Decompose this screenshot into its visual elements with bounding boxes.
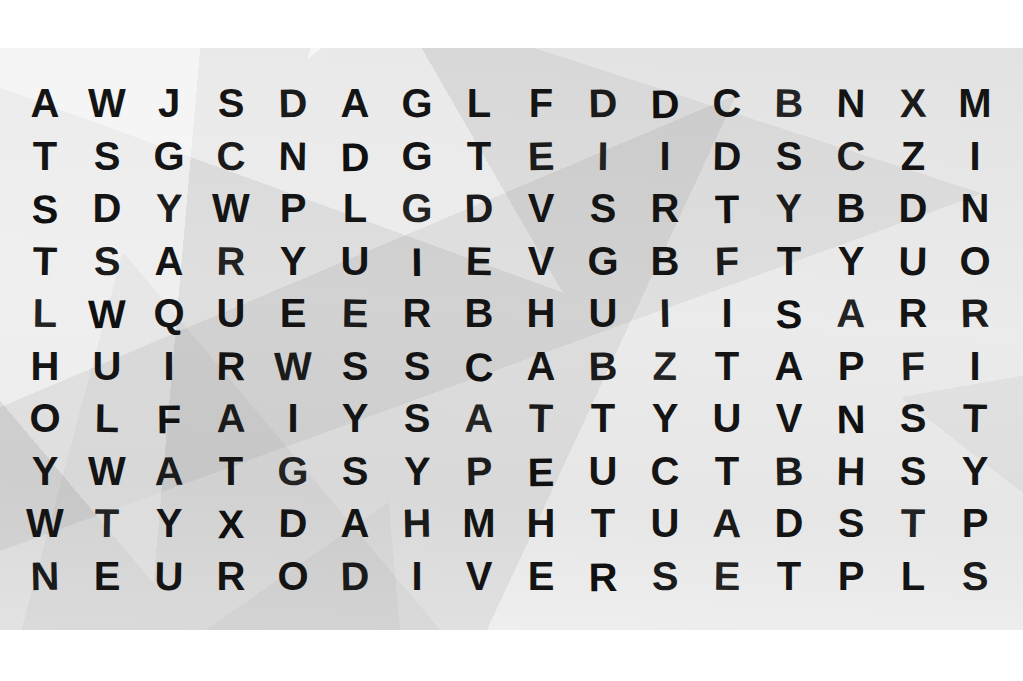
grid-cell-r5c13[interactable]: S bbox=[758, 288, 821, 341]
grid-cell-r3c12[interactable]: T bbox=[696, 183, 759, 236]
grid-cell-r2c8[interactable]: T bbox=[448, 130, 510, 183]
grid-cell-r3c4[interactable]: W bbox=[200, 182, 262, 235]
grid-cell-r3c6[interactable]: L bbox=[324, 182, 386, 235]
grid-cell-r6c15[interactable]: F bbox=[881, 339, 944, 393]
grid-cell-r6c14[interactable]: P bbox=[820, 340, 882, 393]
grid-cell-r6c5[interactable]: W bbox=[261, 339, 324, 393]
grid-cell-r7c16[interactable]: T bbox=[944, 391, 1007, 445]
grid-cell-r10c16[interactable]: S bbox=[943, 549, 1006, 603]
grid-cell-r2c15[interactable]: Z bbox=[882, 130, 944, 183]
grid-cell-r8c4[interactable]: T bbox=[200, 445, 262, 498]
grid-cell-r8c11[interactable]: C bbox=[634, 445, 696, 498]
grid-cell-r5c3[interactable]: Q bbox=[138, 287, 200, 340]
grid-cell-r9c15[interactable]: T bbox=[882, 497, 945, 550]
grid-cell-r7c9[interactable]: T bbox=[510, 391, 573, 445]
grid-cell-r3c1[interactable]: S bbox=[14, 183, 77, 236]
grid-cell-r3c15[interactable]: D bbox=[882, 182, 944, 235]
grid-cell-r8c2[interactable]: W bbox=[76, 445, 138, 498]
grid-cell-r3c16[interactable]: N bbox=[944, 182, 1006, 235]
grid-cell-r8c10[interactable]: U bbox=[572, 445, 634, 498]
grid-cell-r9c2[interactable]: T bbox=[76, 497, 139, 550]
grid-cell-r7c15[interactable]: S bbox=[882, 392, 944, 445]
grid-cell-r2c13[interactable]: S bbox=[758, 130, 820, 183]
grid-cell-r7c10[interactable]: T bbox=[572, 392, 634, 445]
grid-cell-r5c14[interactable]: A bbox=[820, 287, 883, 340]
grid-cell-r4c11[interactable]: B bbox=[634, 235, 696, 288]
grid-cell-r5c12[interactable]: I bbox=[696, 287, 758, 340]
grid-cell-r9c1[interactable]: W bbox=[14, 497, 76, 550]
grid-cell-r1c14[interactable]: N bbox=[820, 76, 883, 130]
grid-cell-r7c7[interactable]: S bbox=[386, 392, 448, 445]
grid-cell-r1c4[interactable]: S bbox=[200, 77, 262, 130]
grid-cell-r2c14[interactable]: C bbox=[819, 129, 882, 183]
grid-cell-r8c9[interactable]: E bbox=[510, 445, 573, 498]
grid-cell-r3c5[interactable]: P bbox=[262, 182, 324, 235]
grid-cell-r1c2[interactable]: W bbox=[76, 77, 138, 130]
grid-cell-r9c9[interactable]: H bbox=[510, 497, 572, 550]
grid-cell-r4c12[interactable]: F bbox=[695, 234, 758, 288]
grid-cell-r3c11[interactable]: R bbox=[634, 182, 696, 235]
grid-cell-r6c10[interactable]: B bbox=[571, 339, 634, 393]
grid-cell-r10c6[interactable]: D bbox=[323, 549, 386, 603]
grid-cell-r2c10[interactable]: I bbox=[572, 129, 635, 182]
grid-cell-r8c16[interactable]: Y bbox=[944, 445, 1006, 498]
grid-cell-r2c4[interactable]: C bbox=[199, 129, 262, 183]
grid-cell-r1c13[interactable]: B bbox=[758, 77, 821, 130]
grid-cell-r8c1[interactable]: Y bbox=[14, 445, 76, 498]
grid-cell-r6c2[interactable]: U bbox=[76, 340, 138, 393]
grid-cell-r3c3[interactable]: Y bbox=[138, 181, 201, 235]
grid-cell-r7c4[interactable]: A bbox=[199, 391, 262, 445]
grid-cell-r9c8[interactable]: M bbox=[448, 497, 510, 550]
grid-cell-r1c11[interactable]: D bbox=[634, 78, 697, 131]
grid-cell-r8c3[interactable]: A bbox=[137, 444, 200, 498]
grid-cell-r1c1[interactable]: A bbox=[14, 77, 76, 130]
grid-cell-r5c4[interactable]: U bbox=[200, 287, 262, 340]
grid-cell-r3c10[interactable]: S bbox=[572, 181, 635, 235]
grid-cell-r8c8[interactable]: P bbox=[447, 444, 510, 498]
grid-cell-r9c13[interactable]: D bbox=[758, 497, 820, 550]
grid-cell-r10c4[interactable]: R bbox=[200, 550, 262, 603]
grid-cell-r9c4[interactable]: X bbox=[200, 498, 263, 551]
grid-cell-r5c9[interactable]: H bbox=[510, 287, 572, 340]
grid-cell-r8c7[interactable]: Y bbox=[386, 444, 449, 498]
grid-cell-r8c15[interactable]: S bbox=[882, 445, 944, 498]
grid-cell-r10c7[interactable]: I bbox=[386, 550, 448, 603]
grid-cell-r9c7[interactable]: H bbox=[385, 496, 448, 550]
grid-cell-r7c11[interactable]: Y bbox=[634, 392, 696, 445]
grid-cell-r1c16[interactable]: M bbox=[944, 77, 1006, 130]
grid-cell-r5c11[interactable]: I bbox=[633, 286, 696, 340]
grid-cell-r6c13[interactable]: A bbox=[758, 340, 820, 393]
grid-cell-r7c12[interactable]: U bbox=[696, 392, 758, 445]
grid-cell-r10c15[interactable]: L bbox=[882, 550, 944, 603]
grid-cell-r7c3[interactable]: F bbox=[138, 393, 201, 446]
grid-cell-r10c9[interactable]: E bbox=[510, 550, 572, 603]
grid-cell-r7c5[interactable]: I bbox=[262, 392, 324, 445]
grid-cell-r10c13[interactable]: T bbox=[758, 550, 820, 603]
grid-cell-r4c3[interactable]: A bbox=[138, 235, 200, 288]
grid-cell-r5c2[interactable]: W bbox=[76, 288, 139, 341]
grid-cell-r6c11[interactable]: Z bbox=[634, 339, 697, 392]
grid-cell-r6c4[interactable]: R bbox=[200, 339, 263, 393]
grid-cell-r7c1[interactable]: O bbox=[14, 392, 76, 445]
grid-cell-r4c7[interactable]: I bbox=[386, 235, 449, 288]
grid-cell-r5c1[interactable]: L bbox=[14, 287, 77, 340]
grid-cell-r1c10[interactable]: D bbox=[571, 76, 634, 130]
grid-cell-r6c9[interactable]: A bbox=[510, 340, 572, 393]
grid-cell-r9c16[interactable]: P bbox=[944, 497, 1006, 550]
grid-cell-r1c15[interactable]: X bbox=[881, 76, 944, 130]
grid-cell-r5c16[interactable]: R bbox=[943, 286, 1006, 340]
grid-cell-r6c3[interactable]: I bbox=[138, 340, 200, 393]
grid-cell-r9c10[interactable]: T bbox=[572, 497, 634, 550]
grid-cell-r8c14[interactable]: H bbox=[820, 444, 883, 498]
grid-cell-r4c15[interactable]: U bbox=[882, 234, 945, 288]
grid-cell-r7c13[interactable]: V bbox=[758, 392, 820, 445]
grid-cell-r8c6[interactable]: S bbox=[324, 445, 386, 498]
grid-cell-r4c1[interactable]: T bbox=[14, 234, 77, 288]
grid-cell-r7c14[interactable]: N bbox=[820, 393, 883, 446]
grid-cell-r2c9[interactable]: E bbox=[509, 129, 572, 183]
grid-cell-r6c12[interactable]: T bbox=[696, 340, 758, 393]
grid-cell-r10c10[interactable]: R bbox=[572, 550, 635, 603]
word-search-puzzle: AWJSDAGLFDDCBNXMTSGCNDGTEIIDSCZISDYWPLGD… bbox=[0, 0, 1023, 681]
grid-cell-r2c11[interactable]: I bbox=[634, 130, 696, 183]
grid-cell-r3c13[interactable]: Y bbox=[757, 181, 820, 235]
grid-cell-r6c1[interactable]: H bbox=[14, 340, 76, 393]
grid-cell-r10c3[interactable]: U bbox=[138, 549, 201, 603]
grid-cell-r4c13[interactable]: T bbox=[758, 235, 820, 288]
grid-cell-r4c5[interactable]: Y bbox=[262, 235, 324, 288]
grid-cell-r6c16[interactable]: I bbox=[944, 340, 1006, 393]
grid-cell-r4c4[interactable]: R bbox=[200, 234, 263, 287]
grid-cell-r7c6[interactable]: Y bbox=[324, 392, 386, 445]
grid-cell-r2c5[interactable]: N bbox=[262, 129, 325, 183]
grid-cell-r8c5[interactable]: G bbox=[262, 444, 325, 497]
grid-cell-r3c8[interactable]: D bbox=[447, 181, 510, 235]
grid-cell-r1c7[interactable]: G bbox=[386, 76, 449, 130]
grid-cell-r4c2[interactable]: S bbox=[75, 234, 138, 288]
grid-cell-r10c11[interactable]: S bbox=[633, 549, 696, 603]
grid-cell-r3c2[interactable]: D bbox=[76, 182, 138, 235]
grid-cell-r7c2[interactable]: L bbox=[76, 391, 139, 445]
grid-cell-r4c16[interactable]: O bbox=[944, 235, 1006, 288]
grid-cell-r9c3[interactable]: Y bbox=[138, 497, 200, 550]
grid-cell-r3c7[interactable]: G bbox=[386, 182, 449, 235]
grid-cell-r5c15[interactable]: R bbox=[882, 287, 944, 340]
grid-cell-r4c8[interactable]: E bbox=[448, 234, 511, 288]
grid-cell-r2c3[interactable]: G bbox=[138, 130, 200, 183]
grid-cell-r10c14[interactable]: P bbox=[820, 550, 882, 603]
grid-cell-r1c12[interactable]: C bbox=[696, 77, 758, 130]
grid-cell-r9c5[interactable]: D bbox=[262, 496, 325, 550]
grid-cell-r10c8[interactable]: V bbox=[448, 550, 510, 603]
grid-cell-r5c5[interactable]: E bbox=[262, 287, 324, 340]
grid-cell-r2c1[interactable]: T bbox=[14, 130, 76, 183]
grid-cell-r2c2[interactable]: S bbox=[76, 130, 138, 183]
grid-cell-r10c5[interactable]: O bbox=[262, 550, 324, 603]
grid-cell-r4c14[interactable]: Y bbox=[820, 235, 882, 288]
grid-cell-r2c12[interactable]: D bbox=[696, 129, 759, 183]
grid-cell-r5c6[interactable]: E bbox=[324, 286, 387, 340]
grid-cell-r10c2[interactable]: E bbox=[76, 550, 138, 603]
grid-cell-r6c6[interactable]: S bbox=[324, 340, 386, 393]
grid-cell-r4c10[interactable]: G bbox=[572, 235, 634, 288]
grid-cell-r1c6[interactable]: A bbox=[324, 77, 386, 130]
grid-cell-r5c8[interactable]: B bbox=[448, 287, 510, 340]
grid-cell-r2c6[interactable]: D bbox=[324, 130, 387, 183]
grid-cell-r4c9[interactable]: V bbox=[510, 235, 572, 288]
grid-cell-r1c5[interactable]: D bbox=[261, 76, 324, 130]
grid-cell-r1c8[interactable]: L bbox=[448, 77, 510, 130]
grid-cell-r9c12[interactable]: A bbox=[696, 496, 759, 550]
grid-cell-r9c11[interactable]: U bbox=[634, 497, 696, 550]
grid-cell-r9c6[interactable]: A bbox=[324, 497, 386, 550]
grid-cell-r10c12[interactable]: E bbox=[696, 549, 759, 602]
grid-cell-r8c12[interactable]: T bbox=[696, 445, 758, 498]
word-search-grid: AWJSDAGLFDDCBNXMTSGCNDGTEIIDSCZISDYWPLGD… bbox=[14, 77, 1006, 602]
grid-cell-r5c10[interactable]: U bbox=[572, 287, 634, 340]
grid-cell-r3c14[interactable]: B bbox=[820, 182, 882, 235]
grid-cell-r1c9[interactable]: F bbox=[510, 77, 572, 130]
grid-cell-r8c13[interactable]: B bbox=[757, 444, 820, 498]
grid-cell-r2c16[interactable]: I bbox=[944, 130, 1006, 183]
grid-cell-r9c14[interactable]: S bbox=[820, 497, 882, 550]
grid-cell-r10c1[interactable]: N bbox=[13, 549, 76, 603]
grid-cell-r7c8[interactable]: A bbox=[448, 392, 511, 445]
grid-cell-r6c7[interactable]: S bbox=[386, 340, 448, 393]
grid-cell-r5c7[interactable]: R bbox=[386, 287, 448, 340]
grid-cell-r3c9[interactable]: V bbox=[510, 182, 572, 235]
grid-cell-r2c7[interactable]: G bbox=[386, 130, 448, 183]
grid-cell-r6c8[interactable]: C bbox=[448, 340, 511, 393]
grid-cell-r1c3[interactable]: J bbox=[138, 77, 200, 130]
grid-cell-r4c6[interactable]: U bbox=[324, 235, 386, 288]
